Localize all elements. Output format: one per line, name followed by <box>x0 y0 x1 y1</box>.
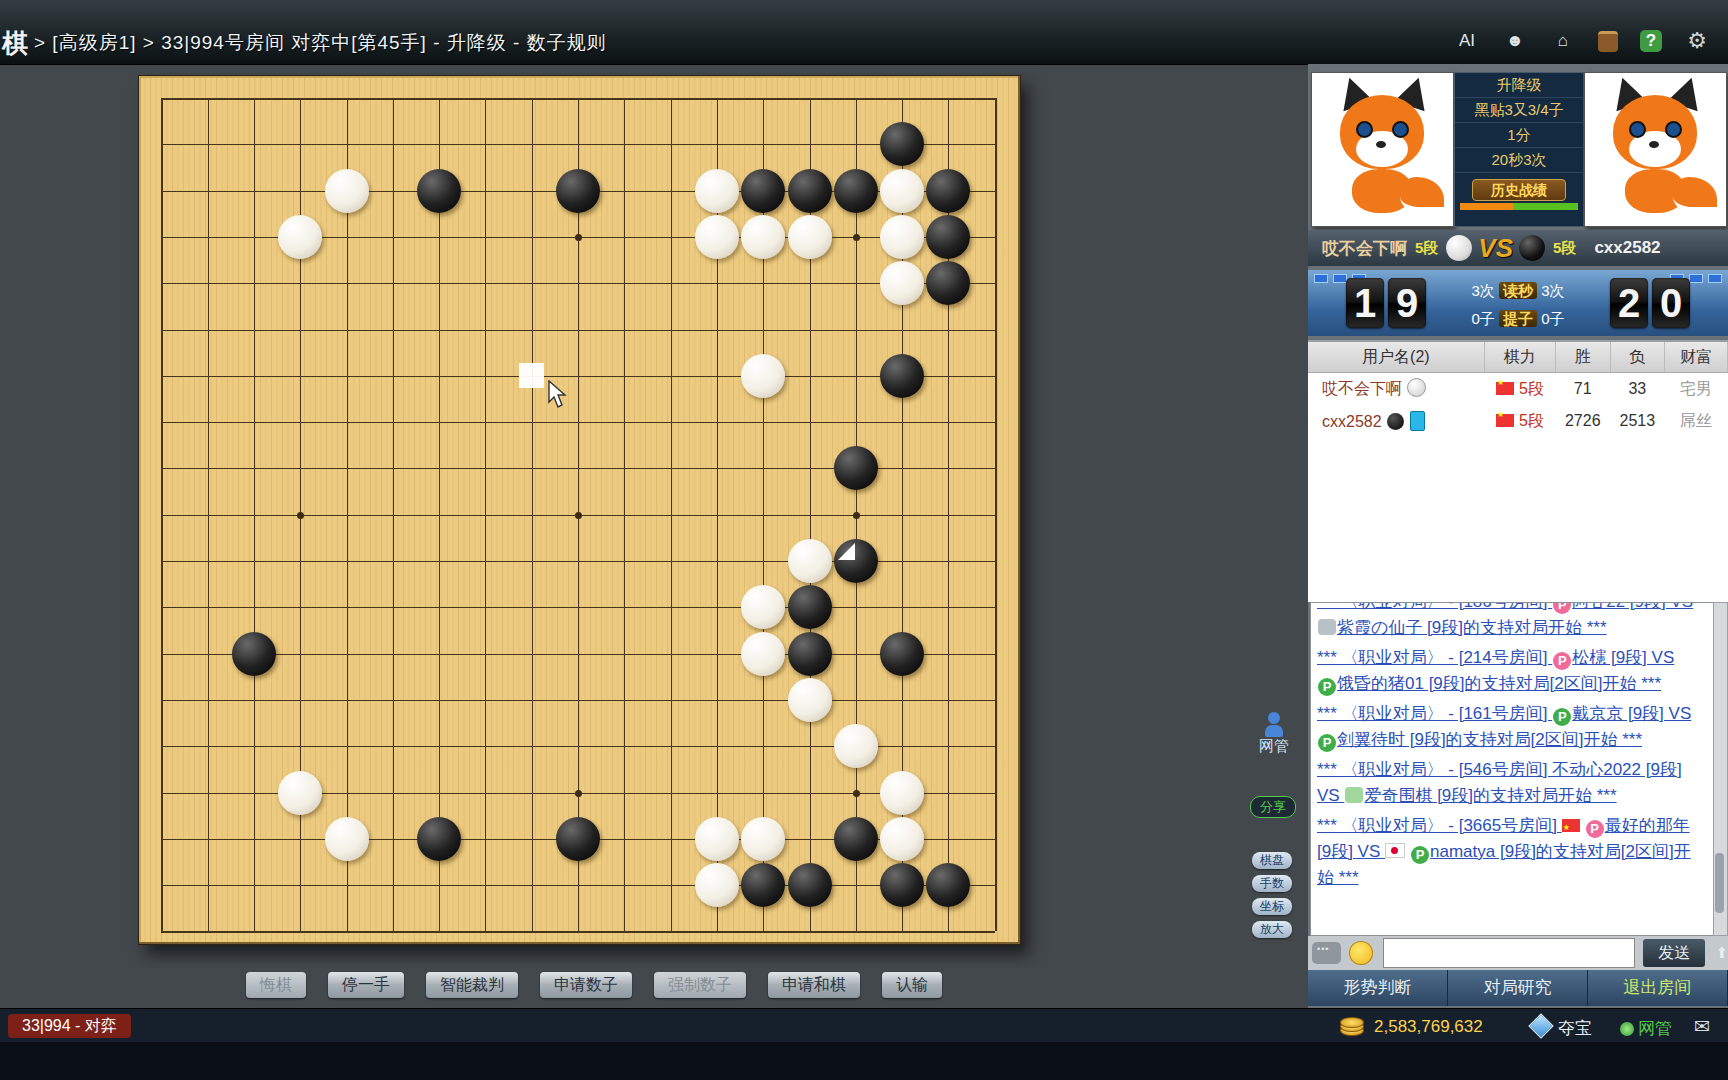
black-stone <box>834 817 878 861</box>
mail-icon[interactable]: ✉ <box>1694 1015 1710 1038</box>
history-winrate-bar <box>1460 203 1578 210</box>
broadcast-message[interactable]: *** 〈职业对局〉 - [161号房间] P戴京京 [9段] VS P剑翼待时… <box>1317 701 1697 753</box>
black-clock-digit: 2 <box>1610 278 1648 328</box>
white-stone <box>788 678 832 722</box>
help-icon[interactable]: ? <box>1640 30 1662 52</box>
black-stone <box>880 863 924 907</box>
board-option-2[interactable]: 手数 <box>1252 875 1292 892</box>
broadcast-message[interactable]: *** 〈职业对局〉 - [186号房间] P阿甘22 [9段] VS 紫霞の仙… <box>1317 602 1697 641</box>
pro-badge-icon: P <box>1553 708 1571 726</box>
pro-badge-icon: P <box>1318 734 1336 752</box>
pro-badge-icon: P <box>1553 652 1571 670</box>
white-clock-digit: 1 <box>1346 278 1384 328</box>
net-admin-button[interactable]: 网管 <box>1252 712 1296 756</box>
emoji-avatar-icon <box>1345 787 1363 803</box>
treasure-button[interactable]: 夺宝 <box>1558 1017 1592 1040</box>
star-point <box>853 790 860 797</box>
white-stone <box>880 169 924 213</box>
black-stone <box>741 169 785 213</box>
titlebar-icons: AI ☻ ⌂ ? ⚙ <box>1454 28 1710 54</box>
white-stone <box>325 817 369 861</box>
black-stone <box>880 632 924 676</box>
black-stone <box>834 169 878 213</box>
byoyomi-setting: 20秒3次 <box>1455 148 1583 173</box>
star-point <box>853 234 860 241</box>
broadcast-chat-list[interactable]: *** 〈职业对局〉 - [186号房间] P阿甘22 [9段] VS 紫霞の仙… <box>1310 602 1716 936</box>
flag-icon <box>1562 819 1580 832</box>
tab-game-research[interactable]: 对局研究 <box>1448 970 1588 1006</box>
black-stone-icon <box>1387 413 1404 430</box>
black-stone <box>788 169 832 213</box>
flag-icon <box>1496 382 1514 395</box>
white-stone <box>695 817 739 861</box>
white-stone <box>325 169 369 213</box>
table-row[interactable]: 哎不会下啊 5段 7133宅男 <box>1308 373 1728 406</box>
coin-balance: 2,583,769,632 <box>1374 1017 1483 1037</box>
tab-position-judge[interactable]: 形势判断 <box>1308 970 1448 1006</box>
white-stone <box>741 215 785 259</box>
flag-icon <box>1496 414 1514 427</box>
versus-row: 哎不会下啊 5段 VS 5段 cxx2582 <box>1308 230 1728 266</box>
white-stone-icon <box>1446 235 1472 261</box>
star-point <box>853 512 860 519</box>
fox-mascot-icon <box>1312 73 1453 226</box>
black-stone <box>556 817 600 861</box>
status-admin-button[interactable]: 网管 <box>1620 1017 1672 1040</box>
toolbar-button-2[interactable]: 停一手 <box>328 972 404 998</box>
white-rank: 5段 <box>1415 239 1438 258</box>
mouse-cursor <box>548 380 570 410</box>
game-rules-box: 升降级 黑贴3又3/4子 1分 20秒3次 历史战绩 <box>1454 72 1584 227</box>
white-stone <box>880 817 924 861</box>
black-stone <box>788 863 832 907</box>
bag-icon[interactable] <box>1598 31 1618 52</box>
table-header: 用户名(2) <box>1308 342 1484 373</box>
white-stone <box>880 215 924 259</box>
black-stone <box>926 169 970 213</box>
collapse-chat-icon[interactable]: ⬆ <box>1715 944 1728 962</box>
capture-label: 提子 <box>1499 310 1537 327</box>
game-toolbar: 悔棋停一手智能裁判申请数子强制数子申请和棋认输 <box>0 968 1308 1008</box>
room-status[interactable]: 33|994 - 对弈 <box>8 1014 131 1038</box>
emoji-avatar-icon <box>1318 619 1336 635</box>
white-stone-icon <box>1407 378 1426 397</box>
pro-badge-icon: P <box>1586 820 1604 838</box>
star-point <box>575 512 582 519</box>
fox-mascot-icon <box>1585 73 1726 226</box>
coins-icon <box>1340 1017 1366 1035</box>
board-option-4[interactable]: 放大 <box>1252 921 1292 938</box>
white-stone <box>695 863 739 907</box>
black-player-avatar[interactable] <box>1584 72 1727 227</box>
pro-badge-icon: P <box>1318 678 1336 696</box>
black-stone <box>926 261 970 305</box>
main-time: 1分 <box>1455 123 1583 148</box>
black-stone <box>788 585 832 629</box>
table-header: 胜 <box>1556 342 1611 373</box>
chat-input[interactable] <box>1383 938 1635 968</box>
black-player-name: cxx2582 <box>1594 238 1660 258</box>
star-point <box>575 790 582 797</box>
black-stone <box>926 215 970 259</box>
send-button[interactable]: 发送 <box>1643 939 1706 967</box>
flag-icon <box>1385 843 1405 858</box>
table-header: 棋力 <box>1484 342 1555 373</box>
white-stone <box>741 354 785 398</box>
black-stone-icon <box>1519 235 1545 261</box>
white-stone <box>788 215 832 259</box>
byoyomi-counts: 3次 读秒 3次 <box>1443 282 1593 301</box>
white-stone <box>741 817 785 861</box>
star-point <box>575 234 582 241</box>
white-stone <box>880 261 924 305</box>
vs-label: VS <box>1478 233 1513 264</box>
clock-row: 1 9 3次 读秒 3次 0子 提子 0子 2 0 <box>1308 270 1728 336</box>
player-table: 用户名(2)棋力胜负财富 哎不会下啊 5段 7133宅男cxx2582 5段 2… <box>1308 340 1728 602</box>
black-stone <box>556 169 600 213</box>
title-bar: 棋 > [高级房1] > 33|994号房间 对弈中[第45手] - 升降级 -… <box>0 0 1728 65</box>
hover-square <box>519 363 544 388</box>
home-icon[interactable]: ⌂ <box>1550 28 1576 54</box>
white-stone <box>695 215 739 259</box>
emoji-icon[interactable] <box>1349 941 1372 965</box>
black-stone <box>741 863 785 907</box>
white-stone <box>834 724 878 768</box>
pro-badge-icon: P <box>1553 602 1571 614</box>
panel-tabs: 形势判断 对局研究 退出房间 <box>1308 970 1728 1006</box>
broadcast-message[interactable]: *** 〈职业对局〉 - [3665号房间] P最好的那年 [9段] VS Pn… <box>1317 813 1697 891</box>
broadcast-message[interactable]: *** 〈职业对局〉 - [546号房间] 不动心2022 [9段] VS 爱奇… <box>1317 757 1697 809</box>
table-row[interactable]: cxx2582 5段 27262513屌丝 <box>1308 405 1728 437</box>
broadcast-message[interactable]: *** 〈职业对局〉 - [214号房间] P松櫶 [9段] VS P饿昏的猪0… <box>1317 645 1697 697</box>
black-stone <box>232 632 276 676</box>
board-option-1[interactable]: 棋盘 <box>1252 852 1292 869</box>
white-clock-digit: 9 <box>1388 278 1426 328</box>
white-player-name: 哎不会下啊 <box>1322 237 1407 260</box>
table-header: 财富 <box>1665 342 1728 373</box>
toolbar-button-1: 悔棋 <box>246 972 306 998</box>
chat-bubble-icon[interactable] <box>1312 942 1341 964</box>
black-stone <box>417 817 461 861</box>
byoyomi-label: 读秒 <box>1499 282 1537 299</box>
gear-icon[interactable]: ⚙ <box>1684 28 1710 54</box>
black-rank: 5段 <box>1553 239 1576 258</box>
go-board[interactable] <box>138 75 1021 945</box>
status-bar: 33|994 - 对弈 2,583,769,632 夺宝 网管 ✉ <box>0 1008 1728 1043</box>
black-stone <box>788 632 832 676</box>
black-stone <box>417 169 461 213</box>
share-button[interactable]: 分享 <box>1250 796 1296 818</box>
rule-type: 升降级 <box>1455 73 1583 98</box>
capture-counts: 0子 提子 0子 <box>1443 310 1593 329</box>
user-icon[interactable]: ☻ <box>1502 28 1528 54</box>
mobile-icon <box>1410 411 1425 431</box>
right-panel: 升降级 黑贴3又3/4子 1分 20秒3次 历史战绩 哎不会下啊 5段 VS 5… <box>1308 64 1728 1080</box>
black-stone <box>880 122 924 166</box>
app-logo: 棋 <box>2 26 28 61</box>
white-stone <box>278 771 322 815</box>
pro-badge-icon: P <box>1411 846 1429 864</box>
white-stone <box>880 771 924 815</box>
star-point <box>297 512 304 519</box>
white-stone <box>695 169 739 213</box>
white-player-avatar[interactable] <box>1311 72 1454 227</box>
white-stone <box>741 585 785 629</box>
toolbar-button-6[interactable]: 申请和棋 <box>768 972 860 998</box>
chat-input-row: 发送 ⬆ <box>1308 936 1728 970</box>
toolbar-button-7[interactable]: 认输 <box>882 972 942 998</box>
white-stone <box>788 539 832 583</box>
last-move-marker <box>838 543 855 560</box>
board-option-3[interactable]: 坐标 <box>1252 898 1292 915</box>
black-stone <box>880 354 924 398</box>
black-stone <box>834 446 878 490</box>
toolbar-button-3[interactable]: 智能裁判 <box>426 972 518 998</box>
white-stone <box>278 215 322 259</box>
black-stone <box>926 863 970 907</box>
ai-button[interactable]: AI <box>1454 28 1480 54</box>
fox-go-client-window: 棋 > [高级房1] > 33|994号房间 对弈中[第45手] - 升降级 -… <box>0 0 1728 1080</box>
tab-exit-room[interactable]: 退出房间 <box>1588 970 1728 1006</box>
breadcrumb: > [高级房1] > 33|994号房间 对弈中[第45手] - 升降级 - 数… <box>34 30 607 56</box>
history-record-button[interactable]: 历史战绩 <box>1472 179 1566 201</box>
toolbar-button-5: 强制数子 <box>654 972 746 998</box>
table-header: 负 <box>1610 342 1665 373</box>
admin-person-icon <box>1268 712 1280 724</box>
diamond-icon[interactable] <box>1528 1013 1553 1038</box>
black-stone <box>834 539 878 583</box>
toolbar-button-4[interactable]: 申请数子 <box>540 972 632 998</box>
white-stone <box>741 632 785 676</box>
black-clock-digit: 0 <box>1652 278 1690 328</box>
komi: 黑贴3又3/4子 <box>1455 98 1583 123</box>
chat-scrollbar[interactable] <box>1713 602 1728 936</box>
window-bottom-strip <box>0 1042 1728 1080</box>
